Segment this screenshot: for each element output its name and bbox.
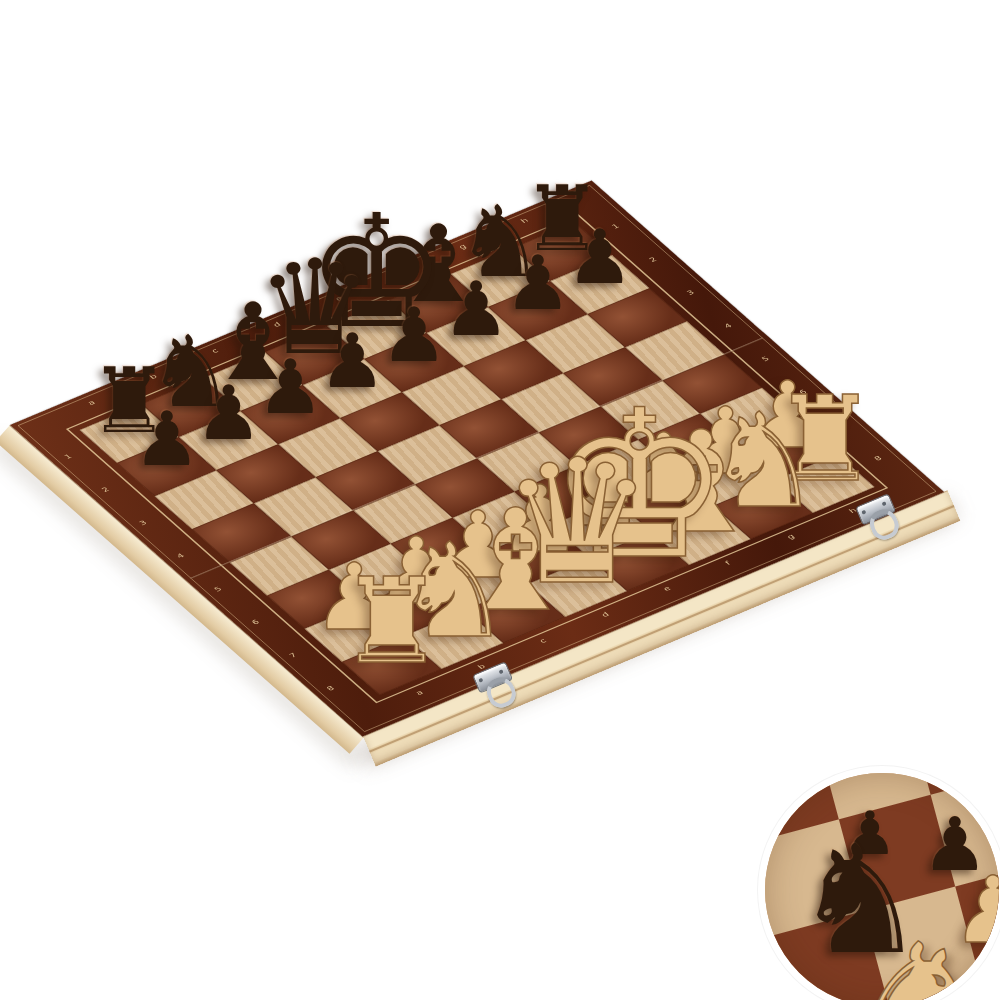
coordinate-label: 4 <box>175 553 186 560</box>
coordinate-label: d <box>272 321 283 328</box>
coordinate-label: 2 <box>100 486 111 493</box>
coordinate-label: 2 <box>648 256 659 263</box>
coordinate-label: 1 <box>63 453 74 460</box>
coordinate-label: 3 <box>685 289 696 296</box>
coordinate-label: g <box>457 243 468 250</box>
coordinate-label: f <box>396 270 404 276</box>
coordinate-label: a <box>86 399 96 406</box>
chess-board: 1122334455667788aabbccddeeffgghh <box>10 181 944 737</box>
coordinate-label: c <box>538 637 548 644</box>
coordinate-label: 8 <box>325 685 336 692</box>
coordinate-label: c <box>210 348 220 355</box>
detail-inset: ♟♟♞♟♞ <box>758 766 1000 1000</box>
coordinate-label: 5 <box>760 356 771 363</box>
inset-white-knight: ♞ <box>837 921 989 1000</box>
product-photo: 1122334455667788aabbccddeeffgghh ♜♞♝♛♚♝♞… <box>0 0 1000 1000</box>
coordinate-label: 7 <box>835 422 846 429</box>
coordinate-label: 6 <box>798 389 809 396</box>
coordinate-label: 3 <box>138 519 149 526</box>
coordinate-label: 1 <box>610 223 621 230</box>
coordinate-label: 7 <box>288 652 299 659</box>
coordinate-label: a <box>414 689 424 696</box>
coordinate-label: b <box>148 373 159 380</box>
coordinate-label: g <box>786 533 797 540</box>
coordinate-label: h <box>519 217 530 224</box>
coordinate-label: d <box>600 611 611 618</box>
coordinate-label: f <box>724 560 732 566</box>
coordinate-label: e <box>334 295 344 302</box>
coordinate-label: 6 <box>250 619 261 626</box>
coordinate-label: 5 <box>213 586 224 593</box>
coordinate-label: 4 <box>723 322 734 329</box>
coordinate-label: e <box>662 585 672 592</box>
coordinate-label: 8 <box>873 455 884 462</box>
